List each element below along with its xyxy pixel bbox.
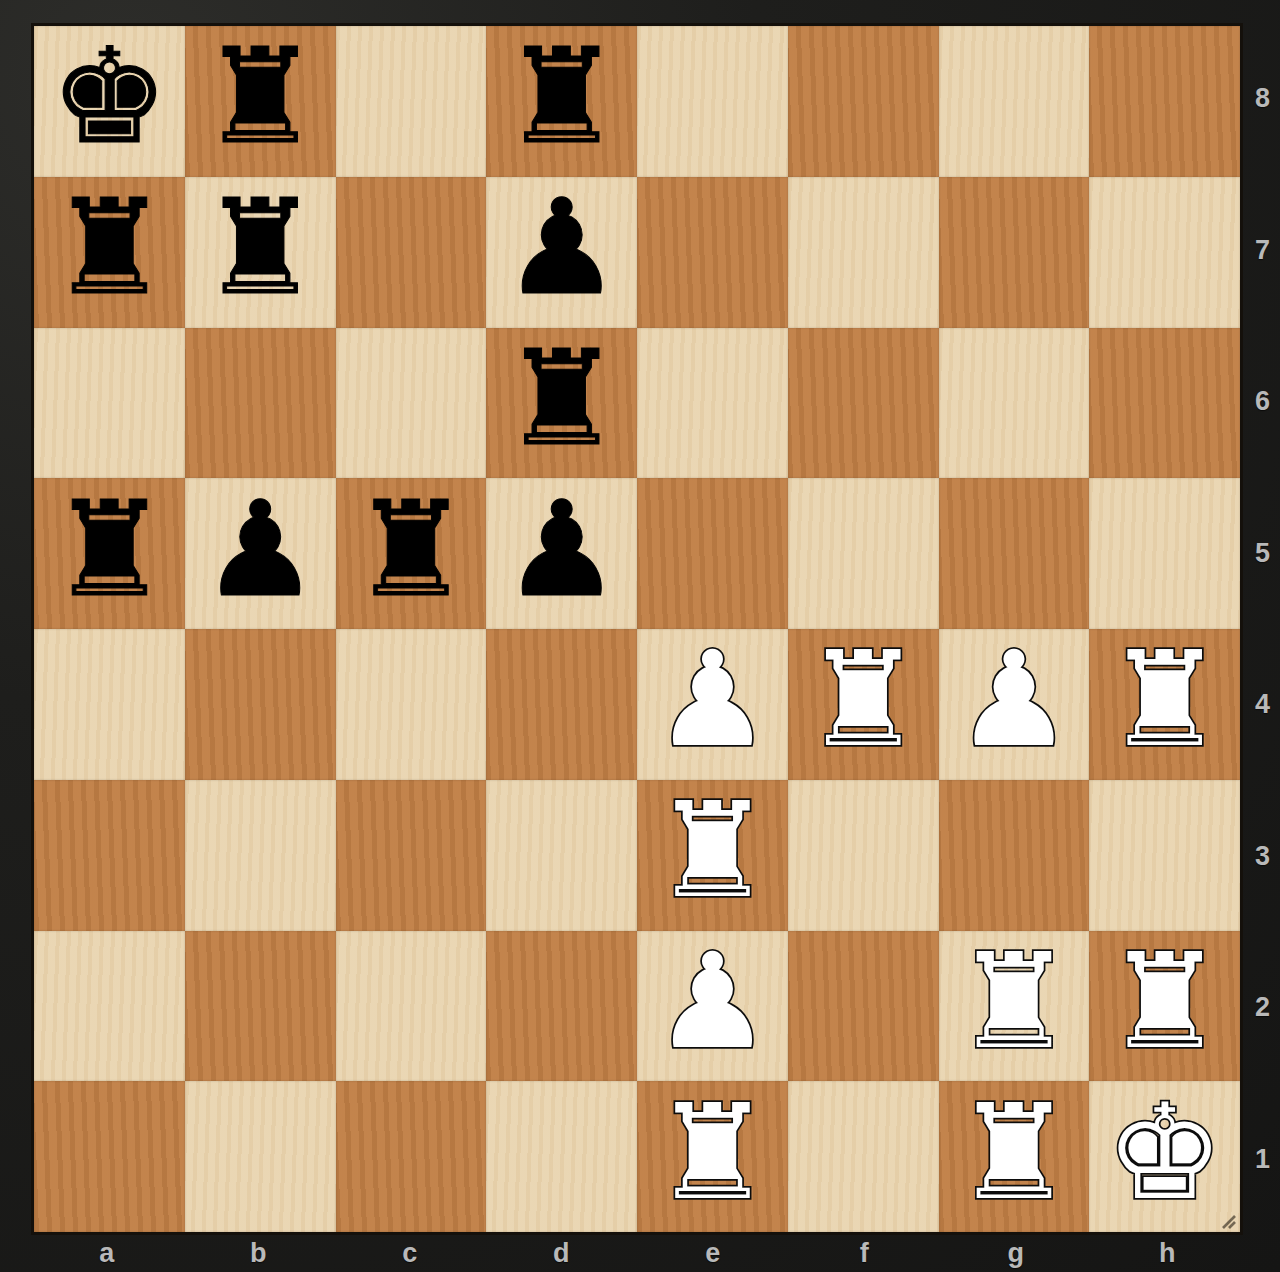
square-b8[interactable]: ♜ xyxy=(185,26,336,177)
square-c1[interactable] xyxy=(336,1081,487,1232)
file-label-a: a xyxy=(31,1237,183,1270)
file-label-e: e xyxy=(637,1237,789,1270)
square-h4[interactable]: ♜ xyxy=(1089,629,1240,780)
rank-label-3: 3 xyxy=(1246,781,1279,933)
square-h3[interactable] xyxy=(1089,780,1240,931)
piece-white-rook[interactable]: ♜ xyxy=(955,935,1073,1067)
square-h6[interactable] xyxy=(1089,328,1240,479)
square-d8[interactable]: ♜ xyxy=(486,26,637,177)
square-a5[interactable]: ♜ xyxy=(34,478,185,629)
rank-label-7: 7 xyxy=(1246,175,1279,327)
square-b2[interactable] xyxy=(185,931,336,1082)
square-f3[interactable] xyxy=(788,780,939,931)
square-g7[interactable] xyxy=(939,177,1090,328)
piece-black-king[interactable]: ♚ xyxy=(50,30,168,162)
square-b5[interactable]: ♟ xyxy=(185,478,336,629)
file-label-b: b xyxy=(183,1237,335,1270)
piece-black-rook[interactable]: ♜ xyxy=(502,30,620,162)
square-f4[interactable]: ♜ xyxy=(788,629,939,780)
square-h2[interactable]: ♜ xyxy=(1089,931,1240,1082)
square-d5[interactable]: ♟ xyxy=(486,478,637,629)
square-a3[interactable] xyxy=(34,780,185,931)
square-f1[interactable] xyxy=(788,1081,939,1232)
piece-black-rook[interactable]: ♜ xyxy=(201,181,319,313)
rank-label-5: 5 xyxy=(1246,478,1279,630)
square-d3[interactable] xyxy=(486,780,637,931)
rank-label-2: 2 xyxy=(1246,932,1279,1084)
square-c8[interactable] xyxy=(336,26,487,177)
piece-white-rook[interactable]: ♜ xyxy=(653,1086,771,1218)
square-e5[interactable] xyxy=(637,478,788,629)
file-labels: abcdefgh xyxy=(31,1237,1243,1270)
square-f2[interactable] xyxy=(788,931,939,1082)
square-c6[interactable] xyxy=(336,328,487,479)
square-a6[interactable] xyxy=(34,328,185,479)
square-e2[interactable]: ♟ xyxy=(637,931,788,1082)
square-b3[interactable] xyxy=(185,780,336,931)
file-label-g: g xyxy=(940,1237,1092,1270)
square-h5[interactable] xyxy=(1089,478,1240,629)
piece-black-rook[interactable]: ♜ xyxy=(50,483,168,615)
piece-black-rook[interactable]: ♜ xyxy=(50,181,168,313)
piece-white-rook[interactable]: ♜ xyxy=(1105,633,1223,765)
rank-label-4: 4 xyxy=(1246,629,1279,781)
square-e1[interactable]: ♜ xyxy=(637,1081,788,1232)
chess-app-screen: ♚♜♜♜♜♟♜♜♟♜♟♟♜♟♜♜♟♜♜♜♜♚ abcdefgh 87654321 xyxy=(0,0,1280,1272)
piece-black-pawn[interactable]: ♟ xyxy=(502,181,620,313)
square-b7[interactable]: ♜ xyxy=(185,177,336,328)
piece-black-rook[interactable]: ♜ xyxy=(352,483,470,615)
square-g5[interactable] xyxy=(939,478,1090,629)
square-g4[interactable]: ♟ xyxy=(939,629,1090,780)
piece-white-rook[interactable]: ♜ xyxy=(1105,935,1223,1067)
chess-board: ♚♜♜♜♜♟♜♜♟♜♟♟♜♟♜♜♟♜♜♜♜♚ xyxy=(31,23,1243,1235)
square-e3[interactable]: ♜ xyxy=(637,780,788,931)
square-g3[interactable] xyxy=(939,780,1090,931)
square-e7[interactable] xyxy=(637,177,788,328)
file-label-c: c xyxy=(334,1237,486,1270)
square-c4[interactable] xyxy=(336,629,487,780)
square-h8[interactable] xyxy=(1089,26,1240,177)
piece-white-rook[interactable]: ♜ xyxy=(955,1086,1073,1218)
piece-white-rook[interactable]: ♜ xyxy=(804,633,922,765)
piece-black-pawn[interactable]: ♟ xyxy=(201,483,319,615)
piece-black-rook[interactable]: ♜ xyxy=(502,332,620,464)
piece-white-pawn[interactable]: ♟ xyxy=(653,935,771,1067)
file-label-d: d xyxy=(486,1237,638,1270)
square-g6[interactable] xyxy=(939,328,1090,479)
square-f8[interactable] xyxy=(788,26,939,177)
square-b4[interactable] xyxy=(185,629,336,780)
rank-label-8: 8 xyxy=(1246,23,1279,175)
rank-label-1: 1 xyxy=(1246,1084,1279,1236)
square-e4[interactable]: ♟ xyxy=(637,629,788,780)
square-d2[interactable] xyxy=(486,931,637,1082)
square-h7[interactable] xyxy=(1089,177,1240,328)
square-d7[interactable]: ♟ xyxy=(486,177,637,328)
piece-white-rook[interactable]: ♜ xyxy=(653,784,771,916)
file-label-f: f xyxy=(789,1237,941,1270)
square-g8[interactable] xyxy=(939,26,1090,177)
square-d4[interactable] xyxy=(486,629,637,780)
square-c7[interactable] xyxy=(336,177,487,328)
piece-black-rook[interactable]: ♜ xyxy=(201,30,319,162)
square-a4[interactable] xyxy=(34,629,185,780)
square-c3[interactable] xyxy=(336,780,487,931)
square-c2[interactable] xyxy=(336,931,487,1082)
square-g2[interactable]: ♜ xyxy=(939,931,1090,1082)
square-f7[interactable] xyxy=(788,177,939,328)
piece-white-king[interactable]: ♚ xyxy=(1105,1086,1223,1218)
square-a7[interactable]: ♜ xyxy=(34,177,185,328)
square-d1[interactable] xyxy=(486,1081,637,1232)
square-a8[interactable]: ♚ xyxy=(34,26,185,177)
square-e8[interactable] xyxy=(637,26,788,177)
square-b1[interactable] xyxy=(185,1081,336,1232)
square-a2[interactable] xyxy=(34,931,185,1082)
rank-label-6: 6 xyxy=(1246,326,1279,478)
square-f6[interactable] xyxy=(788,328,939,479)
board-resize-handle-icon[interactable] xyxy=(1215,1208,1237,1230)
square-c5[interactable]: ♜ xyxy=(336,478,487,629)
piece-white-pawn[interactable]: ♟ xyxy=(653,633,771,765)
rank-labels: 87654321 xyxy=(1246,23,1279,1235)
square-a1[interactable] xyxy=(34,1081,185,1232)
square-f5[interactable] xyxy=(788,478,939,629)
square-d6[interactable]: ♜ xyxy=(486,328,637,479)
piece-white-pawn[interactable]: ♟ xyxy=(955,633,1073,765)
file-label-h: h xyxy=(1092,1237,1244,1270)
square-e6[interactable] xyxy=(637,328,788,479)
square-b6[interactable] xyxy=(185,328,336,479)
square-g1[interactable]: ♜ xyxy=(939,1081,1090,1232)
piece-black-pawn[interactable]: ♟ xyxy=(502,483,620,615)
